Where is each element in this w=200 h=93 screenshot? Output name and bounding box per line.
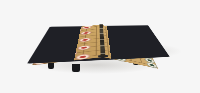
piece-black-soldier[interactable] <box>110 27 119 32</box>
black-character-mark <box>113 34 117 36</box>
black-character-mark <box>140 44 144 46</box>
piece-black-chariot[interactable] <box>133 33 142 38</box>
black-character-mark <box>114 40 119 43</box>
red-character-mark <box>54 29 59 31</box>
red-character-mark <box>51 35 57 37</box>
piece-red-horse[interactable] <box>49 31 61 35</box>
black-character-mark <box>139 40 143 42</box>
red-character-mark <box>81 46 87 49</box>
piece-red-soldier[interactable] <box>82 26 92 30</box>
piece-black-soldier[interactable] <box>111 32 121 37</box>
xiangqi-board <box>30 24 168 60</box>
piece-red-horse[interactable] <box>35 53 51 59</box>
piece-red-elephant[interactable] <box>47 34 60 38</box>
piece-red-advisor[interactable] <box>41 45 56 50</box>
black-character-mark <box>143 51 148 54</box>
red-character-mark <box>42 50 49 53</box>
red-character-mark <box>49 39 55 41</box>
piece-black-elephant[interactable] <box>136 39 146 44</box>
piece-red-chariot[interactable] <box>51 28 63 32</box>
photo-stage <box>0 0 200 93</box>
black-character-mark <box>137 38 141 40</box>
piece-black-soldier[interactable] <box>113 46 124 53</box>
red-character-mark <box>84 27 89 29</box>
piece-red-king[interactable] <box>43 41 57 46</box>
piece-red-soldier[interactable] <box>79 37 91 42</box>
black-character-mark <box>136 35 140 37</box>
red-character-mark <box>47 42 53 44</box>
board-half-black <box>101 25 158 69</box>
piece-black-cannon[interactable] <box>119 32 128 37</box>
red-character-mark <box>40 55 47 58</box>
product-photo-xiangqi-set <box>0 0 200 93</box>
red-character-mark <box>67 52 74 55</box>
piece-red-soldier[interactable] <box>80 31 91 35</box>
piece-red-advisor[interactable] <box>45 37 58 42</box>
piece-black-advisor[interactable] <box>140 49 151 55</box>
red-character-mark <box>74 30 79 32</box>
piece-red-elephant[interactable] <box>38 49 53 55</box>
red-character-mark <box>80 55 86 58</box>
piece-black-soldier[interactable] <box>112 39 122 45</box>
piece-black-advisor[interactable] <box>137 42 147 47</box>
piece-red-cannon[interactable] <box>70 29 81 33</box>
piece-red-soldier[interactable] <box>77 45 90 51</box>
black-character-mark <box>142 47 147 50</box>
black-character-mark <box>149 64 155 67</box>
black-character-mark <box>121 33 125 35</box>
piece-black-king[interactable] <box>139 46 149 52</box>
black-piece-layer <box>101 25 141 36</box>
black-character-mark <box>116 48 121 51</box>
piece-red-cannon[interactable] <box>63 50 77 56</box>
red-piece-layer <box>52 25 101 29</box>
red-character-mark <box>52 32 57 34</box>
red-character-mark <box>83 32 88 34</box>
red-character-mark <box>82 39 87 41</box>
black-character-mark <box>112 28 116 30</box>
piece-black-horse[interactable] <box>135 36 144 41</box>
red-character-mark <box>45 46 52 48</box>
